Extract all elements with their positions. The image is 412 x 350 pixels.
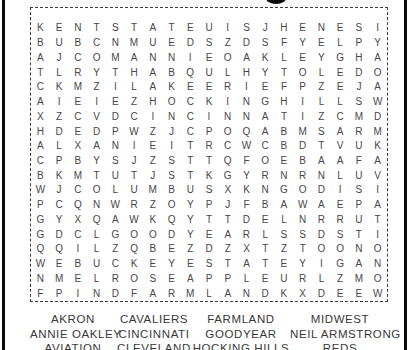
grid-cell-r16c16: O <box>312 242 331 257</box>
grid-cell-r19c18: E <box>350 286 369 301</box>
grid-cell-r8c10: P <box>200 124 219 139</box>
grid-cell-r17c17: G <box>331 257 350 272</box>
grid-cell-r7c7: I <box>143 109 162 124</box>
grid-cell-r7c2: Z <box>50 109 69 124</box>
grid-cell-r5c19: A <box>368 80 387 95</box>
grid-cell-r2c15: Y <box>293 36 312 51</box>
grid-cell-r14c6: W <box>125 213 144 228</box>
grid-cell-r1c12: S <box>237 21 256 36</box>
grid-cell-r10c4: Y <box>87 154 106 169</box>
grid-cell-r6c16: L <box>312 95 331 110</box>
grid-cell-r13c2: C <box>50 198 69 213</box>
grid-cell-r7c9: C <box>181 109 200 124</box>
word-list-item: REDS <box>290 341 390 350</box>
grid-cell-r18c4: L <box>87 272 106 287</box>
grid-cell-r3c16: Y <box>312 50 331 65</box>
grid-cell-r3c12: A <box>237 50 256 65</box>
grid-cell-r11c4: T <box>87 168 106 183</box>
grid-cell-r12c10: S <box>200 183 219 198</box>
grid-cell-r5c11: R <box>218 80 237 95</box>
grid-cell-r8c9: C <box>181 124 200 139</box>
grid-cell-r18c1: N <box>31 272 50 287</box>
grid-cell-r12c4: O <box>87 183 106 198</box>
grid-cell-r17c12: A <box>237 257 256 272</box>
grid-cell-r4c16: L <box>312 65 331 80</box>
grid-cell-r7c15: I <box>293 109 312 124</box>
grid-cell-r16c2: Q <box>50 242 69 257</box>
grid-cell-r7c13: A <box>256 109 275 124</box>
grid-cell-r14c10: T <box>200 213 219 228</box>
grid-cell-r11c10: K <box>200 168 219 183</box>
grid-cell-r5c17: E <box>331 80 350 95</box>
grid-cell-r8c16: S <box>312 124 331 139</box>
grid-cell-r6c6: Z <box>125 95 144 110</box>
grid-cell-r16c12: X <box>237 242 256 257</box>
grid-cell-r2c7: U <box>143 36 162 51</box>
grid-cell-r11c1: B <box>31 168 50 183</box>
grid-cell-r5c5: I <box>106 80 125 95</box>
grid-cell-r15c12: R <box>237 227 256 242</box>
grid-cell-r3c17: G <box>331 50 350 65</box>
grid-cell-r17c6: K <box>125 257 144 272</box>
grid-cell-r19c14: K <box>275 286 294 301</box>
grid-cell-r16c10: D <box>200 242 219 257</box>
word-list-item: HOCKING HILLS <box>192 341 290 350</box>
grid-cell-r4c15: O <box>293 65 312 80</box>
grid-cell-r4c8: B <box>162 65 181 80</box>
grid-cell-r3c9: I <box>181 50 200 65</box>
word-list-item: GOODYEAR <box>192 327 290 342</box>
grid-cell-r14c1: G <box>31 213 50 228</box>
grid-cell-r6c7: H <box>143 95 162 110</box>
grid-cell-r1c16: N <box>312 21 331 36</box>
grid-cell-r14c8: Q <box>162 213 181 228</box>
grid-cell-r9c13: C <box>256 139 275 154</box>
grid-cell-r17c19: N <box>368 257 387 272</box>
grid-cell-r11c7: J <box>143 168 162 183</box>
grid-cell-r11c14: N <box>275 168 294 183</box>
grid-cell-r4c17: E <box>331 65 350 80</box>
grid-cell-r17c1: W <box>31 257 50 272</box>
grid-cell-r6c9: C <box>181 95 200 110</box>
grid-cell-r9c8: I <box>162 139 181 154</box>
grid-cell-r5c6: L <box>125 80 144 95</box>
grid-cell-r7c1: X <box>31 109 50 124</box>
grid-cell-r15c4: L <box>87 227 106 242</box>
grid-cell-r11c18: U <box>350 168 369 183</box>
grid-cell-r6c8: O <box>162 95 181 110</box>
grid-cell-r3c18: H <box>350 50 369 65</box>
grid-cell-r10c7: Z <box>143 154 162 169</box>
grid-cell-r9c19: K <box>368 139 387 154</box>
grid-cell-r16c7: B <box>143 242 162 257</box>
grid-cell-r12c1: W <box>31 183 50 198</box>
grid-cell-r18c3: E <box>68 272 87 287</box>
grid-cell-r4c4: Y <box>87 65 106 80</box>
grid-cell-r5c2: K <box>50 80 69 95</box>
grid-cell-r18c2: M <box>50 272 69 287</box>
grid-cell-r7c12: N <box>237 109 256 124</box>
grid-cell-r9c3: X <box>68 139 87 154</box>
grid-cell-r10c17: A <box>331 154 350 169</box>
grid-cell-r10c2: P <box>50 154 69 169</box>
grid-cell-r6c4: I <box>87 95 106 110</box>
grid-cell-r2c14: F <box>275 36 294 51</box>
grid-cell-r12c14: G <box>275 183 294 198</box>
grid-cell-r15c17: S <box>331 227 350 242</box>
grid-cell-r4c18: D <box>350 65 369 80</box>
grid-cell-r1c6: T <box>125 21 144 36</box>
grid-cell-r19c6: F <box>125 286 144 301</box>
grid-cell-r1c3: N <box>68 21 87 36</box>
grid-cell-r1c19: I <box>368 21 387 36</box>
grid-cell-r19c5: D <box>106 286 125 301</box>
grid-cell-r5c18: J <box>350 80 369 95</box>
grid-cell-r6c18: S <box>350 95 369 110</box>
grid-cell-r17c4: U <box>87 257 106 272</box>
grid-cell-r6c10: K <box>200 95 219 110</box>
grid-cell-r16c6: Q <box>125 242 144 257</box>
grid-cell-r1c7: A <box>143 21 162 36</box>
word-list-item: FARMLAND <box>192 312 290 327</box>
grid-cell-r11c2: K <box>50 168 69 183</box>
grid-cell-r7c18: M <box>350 109 369 124</box>
grid-cell-r12c6: U <box>125 183 144 198</box>
grid-cell-r8c2: D <box>50 124 69 139</box>
grid-cell-r3c15: E <box>293 50 312 65</box>
grid-cell-r12c15: O <box>293 183 312 198</box>
grid-cell-r10c16: A <box>312 154 331 169</box>
grid-cell-r11c16: N <box>312 168 331 183</box>
grid-cell-r12c17: I <box>331 183 350 198</box>
grid-cell-r3c1: A <box>31 50 50 65</box>
grid-cell-r1c13: J <box>256 21 275 36</box>
grid-cell-r13c17: E <box>331 198 350 213</box>
cropped-title-descender <box>266 0 286 4</box>
grid-cell-r19c13: D <box>256 286 275 301</box>
grid-cell-r19c7: A <box>143 286 162 301</box>
word-list-item: ANNIE OAKLEY <box>30 327 116 342</box>
word-list-item: CLEVELAND <box>116 341 192 350</box>
grid-cell-r1c15: E <box>293 21 312 36</box>
grid-cell-r11c9: T <box>181 168 200 183</box>
grid-cell-r15c8: D <box>162 227 181 242</box>
grid-cell-r11c3: M <box>68 168 87 183</box>
grid-cell-r19c2: P <box>50 286 69 301</box>
grid-cell-r13c13: B <box>256 198 275 213</box>
grid-cell-r8c1: H <box>31 124 50 139</box>
grid-cell-r3c14: L <box>275 50 294 65</box>
grid-cell-r17c7: E <box>143 257 162 272</box>
grid-cell-r12c7: M <box>143 183 162 198</box>
grid-cell-r7c8: N <box>162 109 181 124</box>
grid-cell-r14c9: Y <box>181 213 200 228</box>
grid-cell-r1c17: E <box>331 21 350 36</box>
grid-cell-r5c12: I <box>237 80 256 95</box>
grid-cell-r9c6: I <box>125 139 144 154</box>
grid-cell-r15c9: Y <box>181 227 200 242</box>
grid-cell-r8c19: M <box>368 124 387 139</box>
grid-cell-r5c14: F <box>275 80 294 95</box>
grid-cell-r12c8: B <box>162 183 181 198</box>
grid-cell-r18c7: S <box>143 272 162 287</box>
grid-cell-r4c19: O <box>368 65 387 80</box>
grid-cell-r10c9: T <box>181 154 200 169</box>
grid-cell-r10c1: C <box>31 154 50 169</box>
grid-cell-r12c16: D <box>312 183 331 198</box>
grid-cell-r17c8: Y <box>162 257 181 272</box>
grid-cell-r8c13: A <box>256 124 275 139</box>
grid-cell-r19c19: W <box>368 286 387 301</box>
grid-cell-r4c10: U <box>200 65 219 80</box>
grid-cell-r8c7: Z <box>143 124 162 139</box>
grid-cell-r18c19: O <box>368 272 387 287</box>
grid-cell-r16c14: Z <box>275 242 294 257</box>
grid-cell-r18c10: P <box>200 272 219 287</box>
word-list-item: MIDWEST <box>290 312 390 327</box>
grid-cell-r18c6: O <box>125 272 144 287</box>
grid-cell-r6c11: I <box>218 95 237 110</box>
grid-cell-r2c1: B <box>31 36 50 51</box>
grid-cell-r3c10: E <box>200 50 219 65</box>
grid-cell-r17c15: Y <box>293 257 312 272</box>
grid-cell-r14c2: Y <box>50 213 69 228</box>
grid-cell-r8c18: R <box>350 124 369 139</box>
grid-cell-r5c7: A <box>143 80 162 95</box>
grid-cell-r9c18: U <box>350 139 369 154</box>
grid-cell-r15c18: T <box>350 227 369 242</box>
grid-cell-r7c3: C <box>68 109 87 124</box>
grid-cell-r10c12: F <box>237 154 256 169</box>
grid-cell-r6c1: A <box>31 95 50 110</box>
grid-cell-r10c11: Q <box>218 154 237 169</box>
grid-cell-r15c13: L <box>256 227 275 242</box>
grid-cell-r12c5: L <box>106 183 125 198</box>
grid-cell-r14c14: L <box>275 213 294 228</box>
grid-cell-r8c5: P <box>106 124 125 139</box>
grid-cell-r9c10: R <box>200 139 219 154</box>
grid-cell-r7c17: C <box>331 109 350 124</box>
grid-cell-r4c7: A <box>143 65 162 80</box>
grid-cell-r14c4: Q <box>87 213 106 228</box>
grid-cell-r6c5: E <box>106 95 125 110</box>
grid-cell-r12c19: I <box>368 183 387 198</box>
grid-cell-r14c13: E <box>256 213 275 228</box>
grid-cell-r11c17: L <box>331 168 350 183</box>
grid-cell-r9c9: T <box>181 139 200 154</box>
grid-cell-r13c16: A <box>312 198 331 213</box>
grid-cell-r2c18: P <box>350 36 369 51</box>
grid-cell-r4c5: T <box>106 65 125 80</box>
grid-cell-r12c13: N <box>256 183 275 198</box>
word-list-item: AKRON <box>30 312 116 327</box>
grid-cell-r1c4: T <box>87 21 106 36</box>
grid-cell-r10c10: T <box>200 154 219 169</box>
grid-cell-r5c8: K <box>162 80 181 95</box>
grid-cell-r18c11: P <box>218 272 237 287</box>
grid-cell-r5c10: E <box>200 80 219 95</box>
grid-cell-r4c3: R <box>68 65 87 80</box>
grid-cell-r16c17: O <box>331 242 350 257</box>
grid-cell-r5c15: P <box>293 80 312 95</box>
grid-cell-r18c14: U <box>275 272 294 287</box>
grid-cell-r14c11: T <box>218 213 237 228</box>
grid-cell-r9c16: T <box>312 139 331 154</box>
grid-cell-r2c9: D <box>181 36 200 51</box>
grid-cell-r4c12: H <box>237 65 256 80</box>
grid-cell-r2c13: S <box>256 36 275 51</box>
grid-cell-r5c16: Z <box>312 80 331 95</box>
grid-cell-r2c3: B <box>68 36 87 51</box>
grid-cell-r9c4: A <box>87 139 106 154</box>
grid-cell-r18c15: R <box>293 272 312 287</box>
grid-cell-r16c15: T <box>293 242 312 257</box>
grid-cell-r11c8: S <box>162 168 181 183</box>
grid-cell-r12c2: J <box>50 183 69 198</box>
grid-cell-r15c2: D <box>50 227 69 242</box>
grid-cell-r1c8: T <box>162 21 181 36</box>
grid-cell-r18c16: L <box>312 272 331 287</box>
grid-cell-r13c15: W <box>293 198 312 213</box>
grid-cell-r8c6: W <box>125 124 144 139</box>
grid-cell-r15c3: C <box>68 227 87 242</box>
grid-cell-r8c11: O <box>218 124 237 139</box>
grid-cell-r15c19: I <box>368 227 387 242</box>
grid-cell-r2c2: U <box>50 36 69 51</box>
grid-cell-r15c15: S <box>293 227 312 242</box>
grid-cell-r5c4: Z <box>87 80 106 95</box>
grid-cell-r15c6: O <box>125 227 144 242</box>
grid-cell-r13c4: N <box>87 198 106 213</box>
grid-cell-r13c3: Q <box>68 198 87 213</box>
grid-cell-r15c14: S <box>275 227 294 242</box>
grid-cell-r15c10: E <box>200 227 219 242</box>
grid-cell-r6c17: L <box>331 95 350 110</box>
grid-cell-r6c14: H <box>275 95 294 110</box>
grid-cell-r18c5: R <box>106 272 125 287</box>
grid-cell-r17c16: I <box>312 257 331 272</box>
grid-cell-r6c13: G <box>256 95 275 110</box>
grid-cell-r6c19: W <box>368 95 387 110</box>
grid-cell-r1c14: H <box>275 21 294 36</box>
grid-cell-r5c3: M <box>68 80 87 95</box>
grid-cell-r16c19: O <box>368 242 387 257</box>
grid-cell-r15c11: A <box>218 227 237 242</box>
page-border-right <box>404 0 407 350</box>
word-list: AKRONCAVALIERSFARMLANDMIDWESTANNIE OAKLE… <box>30 312 390 350</box>
grid-cell-r13c5: W <box>106 198 125 213</box>
grid-cell-r16c9: Z <box>181 242 200 257</box>
grid-cell-r3c3: C <box>68 50 87 65</box>
grid-cell-r13c12: F <box>237 198 256 213</box>
grid-cell-r3c7: N <box>143 50 162 65</box>
grid-cell-r2c10: S <box>200 36 219 51</box>
grid-cell-r10c6: J <box>125 154 144 169</box>
grid-cell-r3c5: M <box>106 50 125 65</box>
grid-cell-r10c5: S <box>106 154 125 169</box>
grid-cell-r19c12: N <box>237 286 256 301</box>
grid-cell-r1c9: E <box>181 21 200 36</box>
grid-cell-r11c6: T <box>125 168 144 183</box>
grid-cell-r5c13: E <box>256 80 275 95</box>
grid-cell-r7c5: D <box>106 109 125 124</box>
grid-cell-r1c10: U <box>200 21 219 36</box>
grid-cell-r10c14: E <box>275 154 294 169</box>
grid-cell-r14c17: R <box>331 213 350 228</box>
grid-cell-r3c11: O <box>218 50 237 65</box>
grid-cell-r19c1: F <box>31 286 50 301</box>
grid-cell-r1c18: S <box>350 21 369 36</box>
grid-cell-r15c1: G <box>31 227 50 242</box>
grid-cell-r5c1: C <box>31 80 50 95</box>
grid-cell-r13c19: A <box>368 198 387 213</box>
grid-cell-r7c16: Z <box>312 109 331 124</box>
grid-cell-r2c6: M <box>125 36 144 51</box>
grid-cell-r18c8: E <box>162 272 181 287</box>
word-list-item: CAVALIERS <box>116 312 192 327</box>
grid-cell-r10c3: B <box>68 154 87 169</box>
grid-cell-r7c10: I <box>200 109 219 124</box>
grid-cell-r19c9: M <box>181 286 200 301</box>
grid-cell-r17c10: S <box>200 257 219 272</box>
grid-cell-r6c12: N <box>237 95 256 110</box>
grid-cell-r16c8: E <box>162 242 181 257</box>
grid-cell-r4c2: L <box>50 65 69 80</box>
grid-cell-r4c11: L <box>218 65 237 80</box>
grid-cell-r13c10: P <box>200 198 219 213</box>
grid-cell-r18c17: Z <box>331 272 350 287</box>
grid-cell-r17c5: C <box>106 257 125 272</box>
grid-cell-r16c4: L <box>87 242 106 257</box>
grid-cell-r11c13: R <box>256 168 275 183</box>
grid-cell-r16c13: T <box>256 242 275 257</box>
grid-cell-r3c2: J <box>50 50 69 65</box>
grid-cell-r2c8: E <box>162 36 181 51</box>
grid-cell-r5c9: E <box>181 80 200 95</box>
grid-cell-r15c7: O <box>143 227 162 242</box>
grid-cell-r3c8: N <box>162 50 181 65</box>
grid-cell-r13c14: A <box>275 198 294 213</box>
grid-cell-r7c4: V <box>87 109 106 124</box>
grid-cell-r8c15: M <box>293 124 312 139</box>
grid-cell-r12c3: C <box>68 183 87 198</box>
grid-cell-r1c2: E <box>50 21 69 36</box>
grid-cell-r2c11: Z <box>218 36 237 51</box>
grid-cell-r4c14: T <box>275 65 294 80</box>
grid-cell-r19c16: D <box>312 286 331 301</box>
grid-cell-r18c12: L <box>237 272 256 287</box>
grid-cell-r17c14: E <box>275 257 294 272</box>
word-list-item: NEIL ARMSTRONG <box>290 327 390 342</box>
grid-cell-r16c1: Q <box>31 242 50 257</box>
grid-cell-r14c16: R <box>312 213 331 228</box>
grid-cell-r19c4: N <box>87 286 106 301</box>
grid-cell-r17c18: A <box>350 257 369 272</box>
grid-cell-r14c19: T <box>368 213 387 228</box>
grid-cell-r8c8: J <box>162 124 181 139</box>
grid-cell-r8c3: E <box>68 124 87 139</box>
grid-cell-r3c4: O <box>87 50 106 65</box>
grid-cell-r10c15: B <box>293 154 312 169</box>
grid-cell-r2c17: L <box>331 36 350 51</box>
grid-cell-r13c9: Y <box>181 198 200 213</box>
grid-cell-r13c8: O <box>162 198 181 213</box>
grid-cell-r14c18: U <box>350 213 369 228</box>
word-list-item: CINCINNATI <box>116 327 192 342</box>
grid-cell-r3c6: A <box>125 50 144 65</box>
grid-cell-r19c15: X <box>293 286 312 301</box>
grid-cell-r13c1: P <box>31 198 50 213</box>
